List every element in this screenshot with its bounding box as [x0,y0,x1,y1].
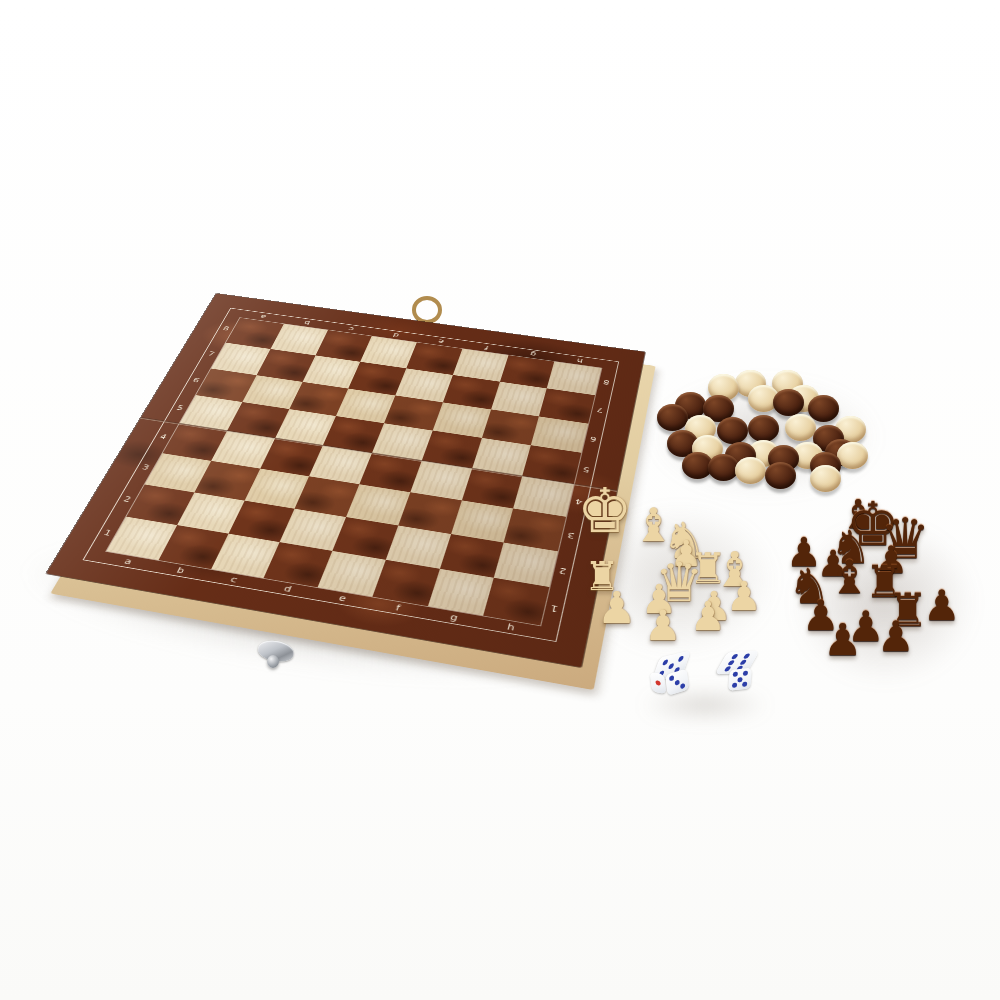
checker-dark [808,395,839,422]
checker-light [785,414,816,441]
light-king: ♚ [577,480,633,542]
checker-dark [657,404,688,431]
dice-shadow [640,690,770,720]
checker-light [837,442,868,469]
light-pawn: ♟ [597,586,636,630]
brass-hanging-ring-icon [412,296,442,324]
dark-pawn: ♟ [923,585,961,627]
checker-light [735,457,766,484]
light-pawn: ♟ [690,596,726,636]
checker-dark [765,462,796,489]
checker-light [810,465,841,492]
product-photo-stage: abcdefgh abcdefgh 87654321 87654321 ♚♝♞♟… [0,0,1000,1000]
metal-clasp-icon [258,641,294,661]
checker-dark [773,389,804,416]
dark-pawn: ♟ [823,618,862,662]
checker-dark [748,415,779,442]
playing-area [105,317,602,626]
light-pawn: ♟ [644,605,682,647]
dark-pawn: ♟ [877,616,915,658]
board-grid [107,318,602,626]
checker-dark [717,417,748,444]
